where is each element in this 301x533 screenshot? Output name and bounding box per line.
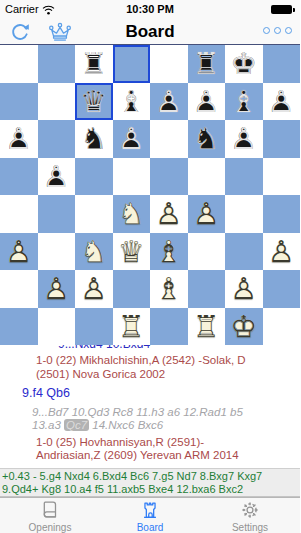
square-h2[interactable] — [263, 270, 301, 308]
engine-line-1: +0.43 - 5.g4 Nxd4 6.Bxd4 Bc6 7.g5 Nd7 8.… — [2, 470, 300, 483]
square-g4[interactable] — [225, 195, 263, 233]
engine-analysis-panel[interactable]: +0.43 - 5.g4 Nxd4 6.Bxd4 Bc6 7.g5 Nd7 8.… — [0, 468, 300, 497]
black-pawn: ♟♙ — [0, 120, 38, 158]
white-pawn: ♟♙ — [0, 233, 38, 271]
square-b2[interactable]: ♟♙ — [38, 270, 76, 308]
black-pawn: ♟♙ — [188, 83, 226, 121]
square-f2[interactable] — [188, 270, 226, 308]
square-c8[interactable]: ♜♖ — [75, 45, 113, 83]
square-g1[interactable]: ♚♔ — [225, 308, 263, 346]
gear-icon — [239, 499, 261, 521]
square-b7[interactable] — [38, 83, 76, 121]
square-a5[interactable] — [0, 158, 38, 196]
square-e3[interactable]: ♝♗ — [150, 233, 188, 271]
white-king: ♚♔ — [225, 308, 263, 346]
tab-settings[interactable]: Settings — [200, 498, 300, 533]
more-icon — [263, 27, 270, 34]
white-knight: ♞♘ — [75, 233, 113, 271]
white-rook: ♜♖ — [188, 308, 226, 346]
white-pawn: ♟♙ — [150, 195, 188, 233]
black-king: ♚♔ — [225, 45, 263, 83]
engine-line-2: 9.Qd4+ Kg8 10.a4 f5 11.axb5 Bxe4 12.bxa6… — [2, 483, 300, 496]
status-bar: Carrier 10:30 PM — [0, 0, 300, 20]
square-e6[interactable] — [150, 120, 188, 158]
square-h8[interactable] — [263, 45, 301, 83]
square-a6[interactable]: ♟♙ — [0, 120, 38, 158]
square-d3[interactable]: ♛♕ — [113, 233, 151, 271]
nav-bar: Board — [0, 20, 300, 44]
square-g8[interactable]: ♚♔ — [225, 45, 263, 83]
square-f7[interactable]: ♟♙ — [188, 83, 226, 121]
clock: 10:30 PM — [0, 3, 300, 15]
square-b4[interactable] — [38, 195, 76, 233]
square-e4[interactable]: ♟♙ — [150, 195, 188, 233]
black-rook: ♜♖ — [75, 45, 113, 83]
white-bishop: ♝♗ — [150, 270, 188, 308]
square-g7[interactable]: ♝♗ — [225, 83, 263, 121]
square-a7[interactable] — [0, 83, 38, 121]
square-c1[interactable] — [75, 308, 113, 346]
square-h4[interactable] — [263, 195, 301, 233]
square-d4[interactable]: ♞♘ — [113, 195, 151, 233]
white-rook: ♜♖ — [113, 308, 151, 346]
square-b1[interactable] — [38, 308, 76, 346]
tab-board[interactable]: Board — [100, 498, 200, 533]
square-a4[interactable] — [0, 195, 38, 233]
white-pawn: ♟♙ — [38, 270, 76, 308]
battery-icon — [271, 5, 292, 14]
square-b6[interactable] — [38, 120, 76, 158]
tab-bar: Openings Board Settings — [0, 497, 300, 533]
square-h1[interactable] — [263, 308, 301, 346]
square-d1[interactable]: ♜♖ — [113, 308, 151, 346]
square-h7[interactable]: ♟♙ — [263, 83, 301, 121]
main-move-heading[interactable]: 9.f4 Qb6 — [22, 387, 292, 401]
square-b3[interactable] — [38, 233, 76, 271]
square-c4[interactable] — [75, 195, 113, 233]
chess-board[interactable]: ♜♖♜♖♚♔♛♕♝♗♟♙♟♙♝♗♟♙♟♙♞♘♟♙♞♘♟♙♟♙♞♘♟♙♟♙♟♙♞♘… — [0, 44, 300, 345]
book-icon — [39, 499, 61, 521]
square-g6[interactable]: ♟♙ — [225, 120, 263, 158]
black-rook: ♜♖ — [188, 45, 226, 83]
game-reference-2[interactable]: 1-0 (25) Hovhannisyan,R (2591)-Andriasia… — [36, 436, 292, 463]
square-h6[interactable] — [263, 120, 301, 158]
black-queen: ♛♕ — [75, 83, 113, 121]
black-bishop: ♝♗ — [113, 83, 151, 121]
square-d8[interactable] — [113, 45, 151, 83]
more-button[interactable] — [263, 27, 292, 34]
square-g3[interactable] — [225, 233, 263, 271]
square-g2[interactable]: ♟♙ — [225, 270, 263, 308]
white-pawn: ♟♙ — [188, 195, 226, 233]
white-pawn: ♟♙ — [225, 270, 263, 308]
square-f1[interactable]: ♜♖ — [188, 308, 226, 346]
square-f8[interactable]: ♜♖ — [188, 45, 226, 83]
white-knight: ♞♘ — [113, 195, 151, 233]
notation-area[interactable]: 9...Nxd4 10.Bxd4 1-0 (22) Mikhalchishin,… — [0, 345, 300, 468]
clipped-move-line[interactable]: 9...Nxd4 10.Bxd4 — [58, 345, 300, 351]
square-c3[interactable]: ♞♘ — [75, 233, 113, 271]
square-a3[interactable]: ♟♙ — [0, 233, 38, 271]
game-reference-1[interactable]: 1-0 (22) Mikhalchishin,A (2542) -Solak, … — [36, 354, 292, 381]
square-e2[interactable]: ♝♗ — [150, 270, 188, 308]
white-pawn: ♟♙ — [75, 270, 113, 308]
square-c2[interactable]: ♟♙ — [75, 270, 113, 308]
black-knight: ♞♘ — [188, 120, 226, 158]
square-f5[interactable] — [188, 158, 226, 196]
white-bishop: ♝♗ — [150, 233, 188, 271]
black-pawn: ♟♙ — [150, 83, 188, 121]
square-e8[interactable] — [150, 45, 188, 83]
page-title: Board — [0, 22, 300, 42]
square-a1[interactable] — [0, 308, 38, 346]
square-f4[interactable]: ♟♙ — [188, 195, 226, 233]
square-f6[interactable]: ♞♘ — [188, 120, 226, 158]
square-f3[interactable] — [188, 233, 226, 271]
square-b5[interactable]: ♟♙ — [38, 158, 76, 196]
square-d2[interactable] — [113, 270, 151, 308]
black-bishop: ♝♗ — [225, 83, 263, 121]
black-pawn: ♟♙ — [225, 120, 263, 158]
square-a2[interactable] — [0, 270, 38, 308]
square-c5[interactable] — [75, 158, 113, 196]
square-e7[interactable]: ♟♙ — [150, 83, 188, 121]
black-pawn: ♟♙ — [38, 158, 76, 196]
square-e5[interactable] — [150, 158, 188, 196]
square-a8[interactable] — [0, 45, 38, 83]
black-pawn: ♟♙ — [263, 83, 301, 121]
square-h3[interactable]: ♟♙ — [263, 233, 301, 271]
white-queen: ♛♕ — [113, 233, 151, 271]
square-e1[interactable] — [150, 308, 188, 346]
current-move-chip: Qc7 — [64, 419, 89, 431]
square-c7[interactable]: ♛♕ — [75, 83, 113, 121]
black-pawn: ♟♙ — [113, 120, 151, 158]
square-d7[interactable]: ♝♗ — [113, 83, 151, 121]
rook-icon — [139, 499, 161, 521]
square-d6[interactable]: ♟♙ — [113, 120, 151, 158]
variation-line[interactable]: 9...Bd7 10.Qd3 Rc8 11.h3 a6 12.Rad1 b513… — [32, 406, 294, 433]
square-d5[interactable] — [113, 158, 151, 196]
tab-openings[interactable]: Openings — [0, 498, 100, 533]
square-g5[interactable] — [225, 158, 263, 196]
white-pawn: ♟♙ — [263, 233, 301, 271]
square-c6[interactable]: ♞♘ — [75, 120, 113, 158]
square-h5[interactable] — [263, 158, 301, 196]
black-knight: ♞♘ — [75, 120, 113, 158]
square-b8[interactable] — [38, 45, 76, 83]
